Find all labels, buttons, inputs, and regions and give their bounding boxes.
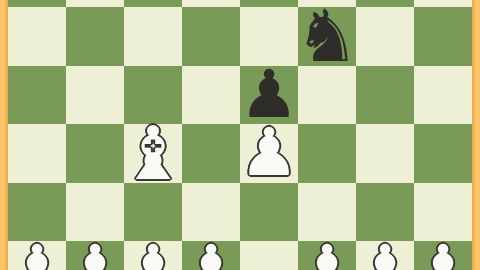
white-pawn-b2[interactable]: ♟: [65, 237, 124, 270]
square-d2[interactable]: ♟: [182, 241, 240, 270]
square-f6[interactable]: ♞: [298, 7, 356, 66]
square-e4[interactable]: ♟: [240, 124, 298, 183]
square-a2[interactable]: ♟: [8, 241, 66, 270]
square-h2[interactable]: ♟: [414, 241, 472, 270]
frame-left: [0, 0, 8, 270]
white-pawn-d2[interactable]: ♟: [181, 237, 240, 270]
square-g5[interactable]: [356, 66, 414, 125]
white-bishop-c4[interactable]: ♝: [120, 116, 186, 190]
chess-app-viewport: ♞♟♝♟♟♟♟♟♟♟♟: [0, 0, 480, 270]
square-f2[interactable]: ♟: [298, 241, 356, 270]
square-e2[interactable]: [240, 241, 298, 270]
square-g7[interactable]: [356, 0, 414, 7]
square-f4[interactable]: [298, 124, 356, 183]
white-pawn-a2[interactable]: ♟: [8, 237, 67, 270]
square-f5[interactable]: [298, 66, 356, 125]
square-h7[interactable]: [414, 0, 472, 7]
white-pawn-c2[interactable]: ♟: [123, 237, 182, 270]
square-c7[interactable]: [124, 0, 182, 7]
white-pawn-h2[interactable]: ♟: [413, 237, 472, 270]
square-d4[interactable]: [182, 124, 240, 183]
square-a6[interactable]: [8, 7, 66, 66]
white-pawn-f2[interactable]: ♟: [297, 237, 356, 270]
square-b4[interactable]: [66, 124, 124, 183]
square-a7[interactable]: [8, 0, 66, 7]
square-h6[interactable]: [414, 7, 472, 66]
square-c4[interactable]: ♝: [124, 124, 182, 183]
board-viewport: ♞♟♝♟♟♟♟♟♟♟♟: [8, 0, 472, 270]
chess-board: ♞♟♝♟♟♟♟♟♟♟♟: [8, 0, 472, 270]
square-c6[interactable]: [124, 7, 182, 66]
square-b5[interactable]: [66, 66, 124, 125]
square-e7[interactable]: [240, 0, 298, 7]
square-g6[interactable]: [356, 7, 414, 66]
white-pawn-e4[interactable]: ♟: [239, 120, 298, 186]
frame-right: [472, 0, 480, 270]
square-d6[interactable]: [182, 7, 240, 66]
square-a5[interactable]: [8, 66, 66, 125]
square-d7[interactable]: [182, 0, 240, 7]
square-a4[interactable]: [8, 124, 66, 183]
square-b2[interactable]: ♟: [66, 241, 124, 270]
square-h4[interactable]: [414, 124, 472, 183]
white-pawn-g2[interactable]: ♟: [355, 237, 414, 270]
black-knight-f6[interactable]: ♞: [295, 0, 360, 72]
square-g4[interactable]: [356, 124, 414, 183]
square-c2[interactable]: ♟: [124, 241, 182, 270]
square-g2[interactable]: ♟: [356, 241, 414, 270]
square-d5[interactable]: [182, 66, 240, 125]
square-b6[interactable]: [66, 7, 124, 66]
square-h5[interactable]: [414, 66, 472, 125]
square-e3[interactable]: [240, 183, 298, 242]
square-b7[interactable]: [66, 0, 124, 7]
